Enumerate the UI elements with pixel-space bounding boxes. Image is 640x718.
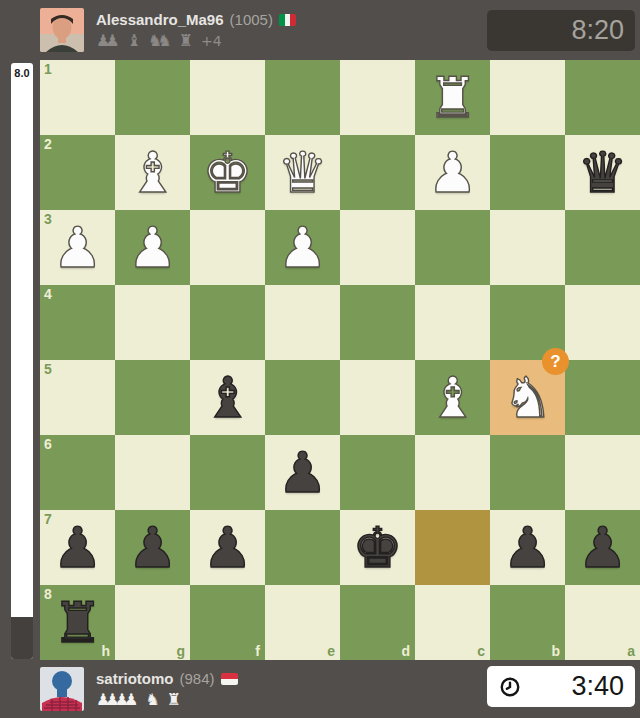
square-a5[interactable] [565,360,640,435]
black-pawn-h7[interactable]: ♟ [52,510,102,585]
square-h8[interactable]: 8h♜ [40,585,115,660]
clock-icon [499,676,521,698]
square-g8[interactable]: g [115,585,190,660]
evaluation-score: 8.0 [11,67,33,79]
white-pawn-h3[interactable]: ♟ [52,210,102,285]
chess-board: 1♜2♝♚♛♟♛3♟♟♟45♝♝♞?6♟7♟♟♟♚♟♟8h♜gfedcba [40,60,640,660]
black-pawn-e6[interactable]: ♟ [277,435,327,510]
black-pawn-f7[interactable]: ♟ [202,510,252,585]
top-player-rating: (1005) [230,11,273,29]
captured-group-2: ♞♞ [148,31,172,50]
top-player-captured-pieces: ♟♟♝♞♞♜+4 [96,32,296,50]
square-e3[interactable]: ♟ [265,210,340,285]
bottom-player-clock: 3:40 [487,666,635,707]
square-h4[interactable]: 4 [40,285,115,360]
black-pawn-b7[interactable]: ♟ [502,510,552,585]
file-label-g: g [176,644,185,658]
square-b8[interactable]: b [490,585,565,660]
square-f5[interactable]: ♝ [190,360,265,435]
white-queen-e2[interactable]: ♛ [277,135,327,210]
square-f6[interactable] [190,435,265,510]
black-queen-a2[interactable]: ♛ [577,135,627,210]
white-pawn-e3[interactable]: ♟ [277,210,327,285]
square-f8[interactable]: f [190,585,265,660]
rank-label-7: 7 [44,512,52,526]
bottom-player-clock-time: 3:40 [571,671,624,702]
evaluation-bar: 8.0 [11,63,33,659]
square-c3[interactable] [415,210,490,285]
square-d5[interactable] [340,360,415,435]
square-g1[interactable] [115,60,190,135]
indonesia-flag-icon [221,673,238,685]
square-a3[interactable] [565,210,640,285]
white-knight-b5[interactable]: ♞ [502,360,552,435]
black-king-d7[interactable]: ♚ [352,510,402,585]
mistake-badge: ? [542,348,569,375]
square-b5[interactable]: ♞? [490,360,565,435]
square-g5[interactable] [115,360,190,435]
bottom-player-info: satriotomo (984) ♟♟♟♟♞♜ [96,670,238,709]
rank-label-8: 8 [44,587,52,601]
square-e5[interactable] [265,360,340,435]
square-e7[interactable] [265,510,340,585]
captured-group-3: ♜ [179,31,193,50]
material-advantage: +4 [201,33,222,49]
square-e8[interactable]: e [265,585,340,660]
captured-group-0: ♟♟ [96,31,120,50]
square-d7[interactable]: ♚ [340,510,415,585]
black-rook-h8[interactable]: ♜ [52,585,102,660]
black-bishop-f5[interactable]: ♝ [202,360,252,435]
rank-label-6: 6 [44,437,52,451]
rank-label-1: 1 [44,62,52,76]
square-a2[interactable]: ♛ [565,135,640,210]
square-d6[interactable] [340,435,415,510]
square-g6[interactable] [115,435,190,510]
square-h1[interactable]: 1 [40,60,115,135]
square-c4[interactable] [415,285,490,360]
square-a7[interactable]: ♟ [565,510,640,585]
bottom-player-avatar[interactable] [40,667,84,711]
square-c8[interactable]: c [415,585,490,660]
black-pawn-g7[interactable]: ♟ [127,510,177,585]
square-b1[interactable] [490,60,565,135]
white-king-f2[interactable]: ♚ [202,135,252,210]
file-label-a: a [627,644,635,658]
square-f7[interactable]: ♟ [190,510,265,585]
white-pawn-c2[interactable]: ♟ [427,135,477,210]
square-c5[interactable]: ♝ [415,360,490,435]
captured-group-0: ♟♟♟♟ [96,690,138,709]
captured-group-1: ♝ [127,31,141,50]
square-h5[interactable]: 5 [40,360,115,435]
square-g2[interactable]: ♝ [115,135,190,210]
square-b6[interactable] [490,435,565,510]
square-e6[interactable]: ♟ [265,435,340,510]
top-player-bar: Alessandro_Ma96 (1005) ♟♟♝♞♞♜+4 8:20 [0,0,640,60]
square-c7[interactable] [415,510,490,585]
square-d8[interactable]: d [340,585,415,660]
square-h6[interactable]: 6 [40,435,115,510]
bottom-player-bar: satriotomo (984) ♟♟♟♟♞♜ 3:40 [0,660,640,718]
square-d3[interactable] [340,210,415,285]
top-player-info: Alessandro_Ma96 (1005) ♟♟♝♞♞♜+4 [96,11,296,50]
square-c1[interactable]: ♜ [415,60,490,135]
bottom-player-name-line: satriotomo (984) [96,670,238,688]
top-player-clock: 8:20 [487,10,635,51]
square-b7[interactable]: ♟ [490,510,565,585]
file-label-c: c [477,644,485,658]
square-f2[interactable]: ♚ [190,135,265,210]
square-d1[interactable] [340,60,415,135]
square-d2[interactable] [340,135,415,210]
white-pawn-g3[interactable]: ♟ [127,210,177,285]
rank-label-5: 5 [44,362,52,376]
square-g4[interactable] [115,285,190,360]
portrait-photo-icon [40,8,84,52]
square-d4[interactable] [340,285,415,360]
square-c2[interactable]: ♟ [415,135,490,210]
top-player-name-line: Alessandro_Ma96 (1005) [96,11,296,29]
top-player-name[interactable]: Alessandro_Ma96 [96,11,224,29]
default-avatar-icon [40,667,84,711]
square-h7[interactable]: 7♟ [40,510,115,585]
white-rook-c1[interactable]: ♜ [427,60,477,135]
top-player-clock-time: 8:20 [571,15,624,46]
file-label-d: d [401,644,410,658]
square-a4[interactable] [565,285,640,360]
square-b3[interactable] [490,210,565,285]
top-player-avatar[interactable] [40,8,84,52]
square-b2[interactable] [490,135,565,210]
white-bishop-g2[interactable]: ♝ [127,135,177,210]
chess-app: Alessandro_Ma96 (1005) ♟♟♝♞♞♜+4 8:20 8.0… [0,0,640,718]
white-bishop-c5[interactable]: ♝ [427,360,477,435]
square-h3[interactable]: 3♟ [40,210,115,285]
square-h2[interactable]: 2 [40,135,115,210]
bottom-player-captured-pieces: ♟♟♟♟♞♜ [96,691,238,709]
black-pawn-a7[interactable]: ♟ [577,510,627,585]
file-label-e: e [327,644,335,658]
captured-group-1: ♞ [145,690,159,709]
square-a8[interactable]: a [565,585,640,660]
square-f4[interactable] [190,285,265,360]
square-g7[interactable]: ♟ [115,510,190,585]
evaluation-bar-black-portion [11,617,33,659]
square-e2[interactable]: ♛ [265,135,340,210]
file-label-h: h [101,644,110,658]
square-g3[interactable]: ♟ [115,210,190,285]
rank-label-4: 4 [44,287,52,301]
square-e1[interactable] [265,60,340,135]
bottom-player-rating: (984) [180,670,215,688]
captured-group-2: ♜ [167,690,181,709]
square-f3[interactable] [190,210,265,285]
file-label-b: b [551,644,560,658]
bottom-player-name[interactable]: satriotomo [96,670,174,688]
square-c6[interactable] [415,435,490,510]
square-e4[interactable] [265,285,340,360]
square-a6[interactable] [565,435,640,510]
square-f1[interactable] [190,60,265,135]
rank-label-3: 3 [44,212,52,226]
file-label-f: f [255,644,260,658]
italy-flag-icon [279,14,296,26]
rank-label-2: 2 [44,137,52,151]
square-a1[interactable] [565,60,640,135]
